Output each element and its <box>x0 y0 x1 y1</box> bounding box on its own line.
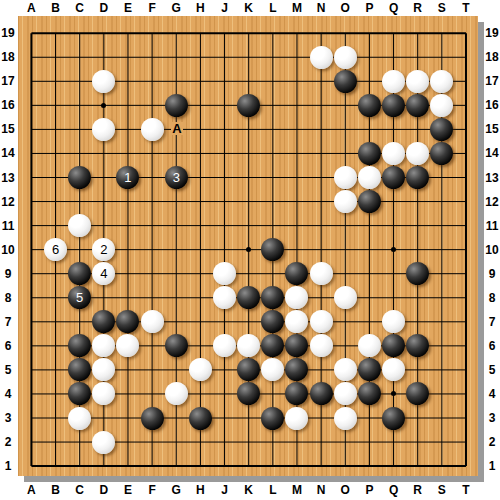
move-number-label: 6 <box>52 243 59 256</box>
stone-white-N7[interactable] <box>310 310 333 333</box>
move-number-label: 4 <box>100 267 107 280</box>
col-label-top: P <box>361 2 377 14</box>
stone-white-D17[interactable] <box>92 70 115 93</box>
col-label-bottom: A <box>23 484 39 496</box>
col-label-top: A <box>23 2 39 14</box>
stone-white-Q14[interactable] <box>382 142 405 165</box>
stone-white-O8[interactable] <box>334 286 357 309</box>
col-label-top: C <box>72 2 88 14</box>
col-label-bottom: Q <box>386 484 402 496</box>
col-label-top: S <box>434 2 450 14</box>
stone-black-H3[interactable] <box>189 407 212 430</box>
row-label-right: 9 <box>484 268 500 280</box>
stone-white-D2[interactable] <box>92 431 115 454</box>
stone-white-F15[interactable] <box>141 118 164 141</box>
col-label-bottom: E <box>120 484 136 496</box>
row-label-right: 17 <box>484 75 500 87</box>
row-label-left: 13 <box>0 172 16 184</box>
col-label-bottom: D <box>96 484 112 496</box>
row-label-right: 10 <box>484 244 500 256</box>
stone-black-L3[interactable] <box>261 407 284 430</box>
col-label-top: E <box>120 2 136 14</box>
stone-black-Q16[interactable] <box>382 94 405 117</box>
stone-white-O13[interactable] <box>334 166 357 189</box>
row-label-left: 5 <box>0 364 16 376</box>
stone-black-P14[interactable] <box>358 142 381 165</box>
stone-black-G16[interactable] <box>165 94 188 117</box>
stone-white-O3[interactable] <box>334 407 357 430</box>
row-label-right: 3 <box>484 412 500 424</box>
go-diagram: ABCDEFGHJKLMNOPQRST ABCDEFGHJKLMNOPQRST … <box>0 0 500 500</box>
stone-black-P12[interactable] <box>358 190 381 213</box>
col-label-bottom: O <box>337 484 353 496</box>
row-label-right: 12 <box>484 196 500 208</box>
col-label-bottom: F <box>144 484 160 496</box>
row-label-right: 19 <box>484 27 500 39</box>
move-number-label: 2 <box>100 243 107 256</box>
stone-black-O17[interactable] <box>334 70 357 93</box>
stone-white-O18[interactable] <box>334 46 357 69</box>
row-label-left: 9 <box>0 268 16 280</box>
col-label-bottom: H <box>192 484 208 496</box>
stone-white-P13[interactable] <box>358 166 381 189</box>
col-label-bottom: S <box>434 484 450 496</box>
stone-black-G13[interactable]: 3 <box>165 166 188 189</box>
row-label-left: 18 <box>0 51 16 63</box>
stone-white-N6[interactable] <box>310 334 333 357</box>
stone-white-R14[interactable] <box>406 142 429 165</box>
row-label-left: 15 <box>0 123 16 135</box>
row-label-right: 13 <box>484 172 500 184</box>
stone-white-F7[interactable] <box>141 310 164 333</box>
row-label-right: 4 <box>484 388 500 400</box>
col-label-bottom: R <box>410 484 426 496</box>
row-label-left: 11 <box>0 220 16 232</box>
col-label-top: H <box>192 2 208 14</box>
stone-black-K16[interactable] <box>237 94 260 117</box>
row-label-left: 16 <box>0 99 16 111</box>
row-label-right: 2 <box>484 436 500 448</box>
col-label-top: Q <box>386 2 402 14</box>
stone-black-Q3[interactable] <box>382 407 405 430</box>
col-label-bottom: B <box>48 484 64 496</box>
stone-white-S17[interactable] <box>430 70 453 93</box>
row-label-left: 12 <box>0 196 16 208</box>
col-label-bottom: K <box>241 484 257 496</box>
col-label-top: O <box>337 2 353 14</box>
stone-white-M3[interactable] <box>285 407 308 430</box>
col-label-top: D <box>96 2 112 14</box>
row-label-left: 2 <box>0 436 16 448</box>
move-number-label: 1 <box>124 171 131 184</box>
col-label-top: K <box>241 2 257 14</box>
row-label-right: 11 <box>484 220 500 232</box>
row-label-left: 1 <box>0 460 16 472</box>
col-label-top: J <box>217 2 233 14</box>
stone-white-C3[interactable] <box>68 407 91 430</box>
row-label-right: 14 <box>484 147 500 159</box>
col-label-bottom: J <box>217 484 233 496</box>
row-label-left: 10 <box>0 244 16 256</box>
row-label-right: 15 <box>484 123 500 135</box>
col-label-top: M <box>289 2 305 14</box>
col-label-top: N <box>313 2 329 14</box>
row-label-left: 17 <box>0 75 16 87</box>
col-label-bottom: M <box>289 484 305 496</box>
letter-label-A[interactable]: A <box>171 122 182 135</box>
stone-white-O12[interactable] <box>334 190 357 213</box>
row-label-left: 3 <box>0 412 16 424</box>
row-label-left: 4 <box>0 388 16 400</box>
stone-black-F3[interactable] <box>141 407 164 430</box>
row-label-right: 16 <box>484 99 500 111</box>
col-label-top: F <box>144 2 160 14</box>
col-label-top: R <box>410 2 426 14</box>
row-label-left: 7 <box>0 316 16 328</box>
col-label-bottom: T <box>458 484 474 496</box>
stone-white-N18[interactable] <box>310 46 333 69</box>
col-label-top: L <box>265 2 281 14</box>
stone-white-O5[interactable] <box>334 358 357 381</box>
col-label-bottom: G <box>168 484 184 496</box>
stone-black-N4[interactable] <box>310 382 333 405</box>
stone-white-N9[interactable] <box>310 262 333 285</box>
col-label-bottom: L <box>265 484 281 496</box>
col-label-top: G <box>168 2 184 14</box>
row-label-right: 1 <box>484 460 500 472</box>
row-label-right: 5 <box>484 364 500 376</box>
row-label-left: 14 <box>0 147 16 159</box>
row-label-left: 6 <box>0 340 16 352</box>
move-number-label: 5 <box>76 291 83 304</box>
move-number-label: 3 <box>173 171 180 184</box>
stone-black-P16[interactable] <box>358 94 381 117</box>
stone-white-R17[interactable] <box>406 70 429 93</box>
row-label-right: 8 <box>484 292 500 304</box>
col-label-top: T <box>458 2 474 14</box>
stone-white-Q17[interactable] <box>382 70 405 93</box>
stone-black-Q13[interactable] <box>382 166 405 189</box>
row-label-right: 6 <box>484 340 500 352</box>
col-label-bottom: N <box>313 484 329 496</box>
row-label-left: 8 <box>0 292 16 304</box>
col-label-bottom: P <box>361 484 377 496</box>
row-label-right: 7 <box>484 316 500 328</box>
stone-black-R16[interactable] <box>406 94 429 117</box>
row-label-right: 18 <box>484 51 500 63</box>
row-label-left: 19 <box>0 27 16 39</box>
stone-black-G6[interactable] <box>165 334 188 357</box>
go-board[interactable]: 136245 A <box>18 16 478 476</box>
col-label-top: B <box>48 2 64 14</box>
col-label-bottom: C <box>72 484 88 496</box>
